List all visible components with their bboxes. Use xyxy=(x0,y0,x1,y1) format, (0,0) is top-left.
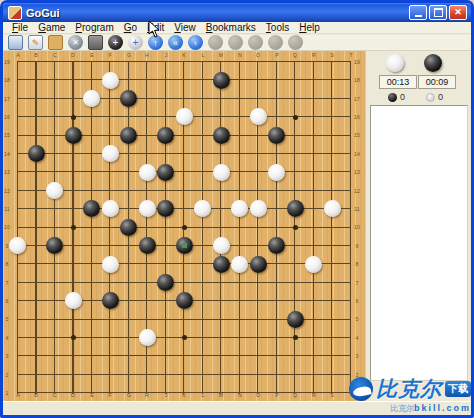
coord-number-left: 18 xyxy=(3,79,9,82)
coord-number-right: 5 xyxy=(354,318,360,321)
previous-variation-icon xyxy=(268,35,283,50)
white-stone[interactable] xyxy=(231,256,248,273)
coord-letter-top: Q xyxy=(292,53,298,56)
stones-layer xyxy=(9,53,361,403)
window-title: GoGui xyxy=(26,7,60,19)
coord-number-right: 12 xyxy=(354,189,360,192)
white-stone[interactable] xyxy=(102,72,119,89)
coord-letter-bottom: G xyxy=(126,393,132,396)
coord-letter-top: D xyxy=(70,53,76,56)
info-panel: 00:13 00:09 0 0 xyxy=(365,51,472,401)
coord-number-right: 18 xyxy=(354,79,360,82)
black-stone[interactable] xyxy=(250,256,267,273)
coord-number-right: 13 xyxy=(354,171,360,174)
coord-number-right: 11 xyxy=(354,207,360,210)
white-stone[interactable] xyxy=(213,237,230,254)
coord-number-right: 6 xyxy=(354,299,360,302)
white-captures: 0 xyxy=(388,92,405,102)
play-black-icon[interactable]: + xyxy=(108,35,123,50)
coord-letter-bottom: H xyxy=(144,393,150,396)
forward-icon xyxy=(208,35,223,50)
coord-letter-bottom: O xyxy=(255,393,261,396)
black-stone[interactable] xyxy=(139,237,156,254)
white-stone[interactable] xyxy=(305,256,322,273)
white-stone[interactable] xyxy=(176,108,193,125)
menu-help[interactable]: Help xyxy=(294,22,325,33)
black-stone[interactable] xyxy=(268,127,285,144)
coord-number-left: 1 xyxy=(3,391,9,394)
end-icon xyxy=(228,35,243,50)
coord-letter-top: S xyxy=(329,53,335,56)
coord-letter-top: F xyxy=(107,53,113,56)
menu-go[interactable]: Go xyxy=(119,22,142,33)
black-captures-count: 0 xyxy=(438,92,443,102)
coord-number-left: 10 xyxy=(3,226,9,229)
captured-white-stone-icon xyxy=(426,93,435,102)
coord-letter-top: C xyxy=(52,53,58,56)
go-board[interactable]: AA1919BB1818CC1717DD1616EE1515FF1414GG13… xyxy=(3,51,365,401)
white-stone[interactable] xyxy=(250,108,267,125)
menu-program[interactable]: Program xyxy=(70,22,118,33)
coord-letter-top: M xyxy=(218,53,224,56)
white-clock: 00:13 xyxy=(379,75,417,89)
black-stone[interactable] xyxy=(120,90,137,107)
coord-letter-bottom: A xyxy=(15,393,21,396)
toolbar: ✎✕++↑«‹ xyxy=(3,35,471,51)
menu-game[interactable]: Game xyxy=(33,22,70,33)
coord-number-right: 16 xyxy=(354,115,360,118)
white-stone[interactable] xyxy=(268,164,285,181)
coord-number-left: 2 xyxy=(3,373,9,376)
coord-number-left: 6 xyxy=(3,299,9,302)
black-stone[interactable] xyxy=(102,292,119,309)
coord-letter-top: G xyxy=(126,53,132,56)
next-variation-icon xyxy=(248,35,263,50)
coord-number-right: 3 xyxy=(354,355,360,358)
coord-number-right: 17 xyxy=(354,97,360,100)
last-move-marker xyxy=(182,243,187,248)
mouse-cursor xyxy=(148,20,160,38)
black-stone[interactable] xyxy=(176,292,193,309)
black-stone[interactable] xyxy=(83,200,100,217)
coord-number-right: 7 xyxy=(354,281,360,284)
save-icon[interactable] xyxy=(88,35,103,50)
backward-icon[interactable]: ‹ xyxy=(188,35,203,50)
menu-bookmarks[interactable]: Bookmarks xyxy=(201,22,261,33)
white-stone[interactable] xyxy=(194,200,211,217)
gogui-window: GoGui ✕ FileGameProgramGoEditViewBookmar… xyxy=(0,0,474,418)
beginning-icon[interactable]: « xyxy=(168,35,183,50)
coord-number-left: 15 xyxy=(3,134,9,137)
white-stone[interactable] xyxy=(83,90,100,107)
close-icon: ✕ xyxy=(454,8,462,17)
coord-number-left: 7 xyxy=(3,281,9,284)
coord-letter-top: O xyxy=(255,53,261,56)
black-stone[interactable] xyxy=(287,200,304,217)
close-button[interactable]: ✕ xyxy=(449,5,467,20)
white-stone[interactable] xyxy=(139,164,156,181)
black-stone[interactable] xyxy=(65,127,82,144)
menu-bar: FileGameProgramGoEditViewBookmarksToolsH… xyxy=(3,22,471,34)
coord-number-left: 19 xyxy=(3,60,9,63)
white-stone[interactable] xyxy=(102,145,119,162)
coord-letter-top: P xyxy=(274,53,280,56)
coord-letter-bottom: M xyxy=(218,393,224,396)
minimize-icon xyxy=(415,15,422,17)
coord-letter-bottom: Q xyxy=(292,393,298,396)
coord-number-left: 13 xyxy=(3,171,9,174)
coord-letter-top: L xyxy=(200,53,206,56)
white-stone[interactable] xyxy=(250,200,267,217)
coord-number-right: 4 xyxy=(354,336,360,339)
white-stone[interactable] xyxy=(324,200,341,217)
board-icon[interactable] xyxy=(48,35,63,50)
black-captures: 0 xyxy=(426,92,443,102)
coord-number-left: 5 xyxy=(3,318,9,321)
coord-number-right: 14 xyxy=(354,152,360,155)
interrupt-icon[interactable]: ✕ xyxy=(68,35,83,50)
black-stone[interactable] xyxy=(157,127,174,144)
black-stone[interactable] xyxy=(213,256,230,273)
menu-file[interactable]: File xyxy=(7,22,33,33)
coord-number-right: 9 xyxy=(354,244,360,247)
maximize-icon xyxy=(434,8,443,17)
white-player-stone-icon xyxy=(386,54,404,72)
white-stone[interactable] xyxy=(102,200,119,217)
black-stone[interactable] xyxy=(157,164,174,181)
black-stone[interactable] xyxy=(213,127,230,144)
coord-number-left: 16 xyxy=(3,115,9,118)
white-stone[interactable] xyxy=(231,200,248,217)
play-white-icon[interactable]: + xyxy=(128,35,143,50)
coord-number-left: 14 xyxy=(3,152,9,155)
maximize-button[interactable] xyxy=(429,5,447,20)
black-stone[interactable] xyxy=(28,145,45,162)
watermark-download-badge: 下载 xyxy=(445,381,471,397)
coord-letter-bottom: N xyxy=(237,393,243,396)
white-stone[interactable] xyxy=(102,256,119,273)
coord-letter-bottom: D xyxy=(70,393,76,396)
coord-number-left: 8 xyxy=(3,263,9,266)
coord-number-left: 11 xyxy=(3,207,9,210)
black-stone[interactable] xyxy=(268,237,285,254)
black-stone[interactable] xyxy=(120,219,137,236)
white-stone[interactable] xyxy=(65,292,82,309)
white-captures-count: 0 xyxy=(400,92,405,102)
coord-number-right: 8 xyxy=(354,263,360,266)
white-stone[interactable] xyxy=(46,182,63,199)
white-stone[interactable] xyxy=(139,329,156,346)
coord-letter-bottom: F xyxy=(107,393,113,396)
coord-number-left: 3 xyxy=(3,355,9,358)
coord-letter-bottom: C xyxy=(52,393,58,396)
bkill-watermark: 比克尔 下载 比克尔bkill.com xyxy=(343,375,471,415)
white-stone[interactable] xyxy=(213,164,230,181)
coord-letter-bottom: R xyxy=(311,393,317,396)
minimize-button[interactable] xyxy=(409,5,427,20)
coord-number-left: 17 xyxy=(3,97,9,100)
coord-letter-bottom: P xyxy=(274,393,280,396)
coord-letter-top: R xyxy=(311,53,317,56)
coord-letter-bottom: J xyxy=(163,393,169,396)
title-bar[interactable]: GoGui ✕ xyxy=(3,3,471,22)
white-stone[interactable] xyxy=(9,237,26,254)
coord-number-right: 10 xyxy=(354,226,360,229)
watermark-brand: 比克尔 xyxy=(376,375,442,403)
coord-letter-top: H xyxy=(144,53,150,56)
coord-letter-top: A xyxy=(15,53,21,56)
coord-letter-bottom: B xyxy=(33,393,39,396)
coord-letter-bottom: L xyxy=(200,393,206,396)
window-buttons: ✕ xyxy=(409,5,471,20)
watermark-domain: 比克尔bkill.com xyxy=(390,403,471,414)
black-stone[interactable] xyxy=(176,237,193,254)
captured-black-stone-icon xyxy=(388,93,397,102)
black-stone[interactable] xyxy=(157,200,174,217)
black-stone[interactable] xyxy=(287,311,304,328)
open-file-icon[interactable]: ✎ xyxy=(28,35,43,50)
menu-view[interactable]: View xyxy=(169,22,201,33)
black-player-stone-icon xyxy=(424,54,442,72)
coord-letter-top: J xyxy=(163,53,169,56)
app-icon xyxy=(8,6,22,20)
game-info-icon xyxy=(288,35,303,50)
bkill-logo-icon xyxy=(349,377,373,401)
coord-letter-top: K xyxy=(181,53,187,56)
coord-letter-top: B xyxy=(33,53,39,56)
black-stone[interactable] xyxy=(213,72,230,89)
coord-letter-bottom: E xyxy=(89,393,95,396)
black-stone[interactable] xyxy=(46,237,63,254)
menu-tools[interactable]: Tools xyxy=(261,22,294,33)
black-clock: 00:09 xyxy=(418,75,456,89)
white-stone[interactable] xyxy=(139,200,156,217)
coord-number-right: 19 xyxy=(354,60,360,63)
coord-number-right: 15 xyxy=(354,134,360,137)
coord-letter-bottom: K xyxy=(181,393,187,396)
comment-box[interactable] xyxy=(370,105,468,381)
coord-letter-top: T xyxy=(348,53,354,56)
coord-letter-bottom: S xyxy=(329,393,335,396)
black-stone[interactable] xyxy=(120,127,137,144)
coord-number-left: 4 xyxy=(3,336,9,339)
coord-number-left: 12 xyxy=(3,189,9,192)
coord-letter-top: N xyxy=(237,53,243,56)
coord-number-left: 9 xyxy=(3,244,9,247)
black-stone[interactable] xyxy=(157,274,174,291)
new-game-icon[interactable] xyxy=(8,35,23,50)
coord-letter-top: E xyxy=(89,53,95,56)
